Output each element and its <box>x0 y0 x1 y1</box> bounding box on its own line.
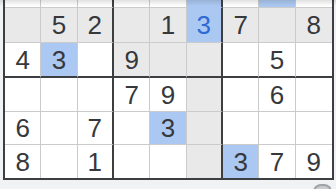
cell-r7-c6[interactable] <box>187 78 223 112</box>
cell-r5-c4[interactable] <box>114 8 150 43</box>
cell-r5-c5[interactable]: 1 <box>150 8 186 43</box>
cell-r5-c9[interactable]: 8 <box>296 8 332 43</box>
cell-r6-c6[interactable] <box>187 43 223 78</box>
cell-r8-c8[interactable] <box>259 112 295 145</box>
cell-r9-c5[interactable] <box>150 145 186 178</box>
cell-r5-c7[interactable]: 7 <box>223 8 259 43</box>
cell-r9-c7[interactable]: 3 <box>223 145 259 178</box>
cell-r6-c3[interactable] <box>78 43 114 78</box>
cell-r6-c5[interactable] <box>150 43 186 78</box>
cell-r6-c1[interactable]: 4 <box>5 43 41 78</box>
cell-r8-c1[interactable]: 6 <box>5 112 41 145</box>
cell-r8-c7[interactable] <box>223 112 259 145</box>
sudoku-board: 521378439579667381379 <box>3 0 334 180</box>
cell-r9-c8[interactable]: 7 <box>259 145 295 178</box>
cell-r4-c8[interactable] <box>259 0 295 8</box>
cell-r4-c9[interactable] <box>296 0 332 8</box>
cell-r4-c2[interactable] <box>41 0 77 8</box>
cell-r7-c5[interactable]: 9 <box>150 78 186 112</box>
cell-r4-c3[interactable] <box>78 0 114 8</box>
cell-r9-c6[interactable] <box>187 145 223 178</box>
cell-r8-c9[interactable] <box>296 112 332 145</box>
cell-r7-c1[interactable] <box>5 78 41 112</box>
cell-r8-c2[interactable] <box>41 112 77 145</box>
cell-r4-c1[interactable] <box>5 0 41 8</box>
cell-r6-c7[interactable] <box>223 43 259 78</box>
cell-r7-c8[interactable]: 6 <box>259 78 295 112</box>
cell-r5-c1[interactable] <box>5 8 41 43</box>
cell-r8-c6[interactable] <box>187 112 223 145</box>
cell-r5-c8[interactable] <box>259 8 295 43</box>
cell-r4-c7[interactable] <box>223 0 259 8</box>
cell-r9-c2[interactable] <box>41 145 77 178</box>
cell-r7-c7[interactable] <box>223 78 259 112</box>
cell-r6-c4[interactable]: 9 <box>114 43 150 78</box>
cell-r9-c1[interactable]: 8 <box>5 145 41 178</box>
cell-r5-c6[interactable]: 3 <box>187 8 223 43</box>
cell-r7-c2[interactable] <box>41 78 77 112</box>
cell-r8-c5[interactable]: 3 <box>150 112 186 145</box>
cell-r8-c4[interactable] <box>114 112 150 145</box>
cell-r4-c4[interactable] <box>114 0 150 8</box>
cell-r7-c4[interactable]: 7 <box>114 78 150 112</box>
cell-r8-c3[interactable]: 7 <box>78 112 114 145</box>
cell-r5-c2[interactable]: 5 <box>41 8 77 43</box>
cell-r4-c6[interactable] <box>187 0 223 8</box>
cell-r4-c5[interactable] <box>150 0 186 8</box>
cell-r6-c8[interactable]: 5 <box>259 43 295 78</box>
cell-r6-c2[interactable]: 3 <box>41 43 77 78</box>
cell-r7-c9[interactable] <box>296 78 332 112</box>
cell-r6-c9[interactable] <box>296 43 332 78</box>
cell-r5-c3[interactable]: 2 <box>78 8 114 43</box>
cell-r7-c3[interactable] <box>78 78 114 112</box>
partial-round-button[interactable] <box>313 184 332 189</box>
cell-r9-c9[interactable]: 9 <box>296 145 332 178</box>
cell-r9-c3[interactable]: 1 <box>78 145 114 178</box>
cell-r9-c4[interactable] <box>114 145 150 178</box>
